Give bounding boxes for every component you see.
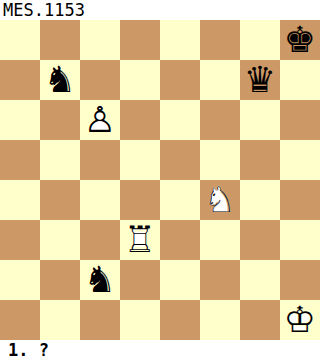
square-d7[interactable] bbox=[120, 60, 160, 100]
square-c3[interactable] bbox=[80, 220, 120, 260]
square-b3[interactable] bbox=[40, 220, 80, 260]
black-knight-glyph-fill: ♞ bbox=[40, 60, 80, 100]
square-h3[interactable] bbox=[280, 220, 320, 260]
square-h7[interactable] bbox=[280, 60, 320, 100]
square-a4[interactable] bbox=[0, 180, 40, 220]
square-g8[interactable] bbox=[240, 20, 280, 60]
square-c5[interactable] bbox=[80, 140, 120, 180]
white-rook-glyph-outline: ♖ bbox=[120, 220, 160, 260]
square-d4[interactable] bbox=[120, 180, 160, 220]
square-a8[interactable] bbox=[0, 20, 40, 60]
piece-black-knight[interactable]: ♞ bbox=[80, 260, 120, 300]
square-c6[interactable]: ♟♙ bbox=[80, 100, 120, 140]
square-d6[interactable] bbox=[120, 100, 160, 140]
square-g1[interactable] bbox=[240, 300, 280, 340]
square-c8[interactable] bbox=[80, 20, 120, 60]
square-a2[interactable] bbox=[0, 260, 40, 300]
square-e2[interactable] bbox=[160, 260, 200, 300]
square-h6[interactable] bbox=[280, 100, 320, 140]
square-a7[interactable] bbox=[0, 60, 40, 100]
black-knight-glyph-fill: ♞ bbox=[80, 260, 120, 300]
square-d3[interactable]: ♜♖ bbox=[120, 220, 160, 260]
black-king-glyph-fill: ♚ bbox=[280, 20, 320, 60]
square-b5[interactable] bbox=[40, 140, 80, 180]
square-h5[interactable] bbox=[280, 140, 320, 180]
piece-black-knight[interactable]: ♞ bbox=[40, 60, 80, 100]
square-e4[interactable] bbox=[160, 180, 200, 220]
square-d1[interactable] bbox=[120, 300, 160, 340]
square-g7[interactable]: ♛ bbox=[240, 60, 280, 100]
square-c4[interactable] bbox=[80, 180, 120, 220]
square-e6[interactable] bbox=[160, 100, 200, 140]
square-g6[interactable] bbox=[240, 100, 280, 140]
square-a5[interactable] bbox=[0, 140, 40, 180]
piece-black-king[interactable]: ♚ bbox=[280, 20, 320, 60]
square-c1[interactable] bbox=[80, 300, 120, 340]
square-e7[interactable] bbox=[160, 60, 200, 100]
square-b2[interactable] bbox=[40, 260, 80, 300]
square-f2[interactable] bbox=[200, 260, 240, 300]
square-g5[interactable] bbox=[240, 140, 280, 180]
square-e8[interactable] bbox=[160, 20, 200, 60]
square-f1[interactable] bbox=[200, 300, 240, 340]
square-f8[interactable] bbox=[200, 20, 240, 60]
chess-diagram: MES.1153 ♚♞♛♟♙♞♘♜♖♞♚♔ 1. ? bbox=[0, 0, 320, 360]
piece-white-knight[interactable]: ♞♘ bbox=[200, 180, 240, 220]
piece-black-queen[interactable]: ♛ bbox=[240, 60, 280, 100]
square-b8[interactable] bbox=[40, 20, 80, 60]
piece-white-pawn[interactable]: ♟♙ bbox=[80, 100, 120, 140]
square-d2[interactable] bbox=[120, 260, 160, 300]
white-king-glyph-outline: ♔ bbox=[280, 300, 320, 340]
square-c7[interactable] bbox=[80, 60, 120, 100]
square-f3[interactable] bbox=[200, 220, 240, 260]
square-d8[interactable] bbox=[120, 20, 160, 60]
diagram-id-label: MES.1153 bbox=[0, 0, 320, 20]
square-h1[interactable]: ♚♔ bbox=[280, 300, 320, 340]
black-queen-glyph-fill: ♛ bbox=[240, 60, 280, 100]
piece-white-king[interactable]: ♚♔ bbox=[280, 300, 320, 340]
square-b1[interactable] bbox=[40, 300, 80, 340]
square-b4[interactable] bbox=[40, 180, 80, 220]
white-knight-glyph-outline: ♘ bbox=[200, 180, 240, 220]
square-f5[interactable] bbox=[200, 140, 240, 180]
square-b7[interactable]: ♞ bbox=[40, 60, 80, 100]
square-a1[interactable] bbox=[0, 300, 40, 340]
square-f6[interactable] bbox=[200, 100, 240, 140]
square-g3[interactable] bbox=[240, 220, 280, 260]
piece-white-rook[interactable]: ♜♖ bbox=[120, 220, 160, 260]
square-a6[interactable] bbox=[0, 100, 40, 140]
square-h2[interactable] bbox=[280, 260, 320, 300]
square-f7[interactable] bbox=[200, 60, 240, 100]
move-prompt-label: 1. ? bbox=[0, 340, 320, 360]
square-e3[interactable] bbox=[160, 220, 200, 260]
square-d5[interactable] bbox=[120, 140, 160, 180]
square-e5[interactable] bbox=[160, 140, 200, 180]
chess-board: ♚♞♛♟♙♞♘♜♖♞♚♔ bbox=[0, 20, 320, 340]
square-e1[interactable] bbox=[160, 300, 200, 340]
square-c2[interactable]: ♞ bbox=[80, 260, 120, 300]
square-f4[interactable]: ♞♘ bbox=[200, 180, 240, 220]
square-b6[interactable] bbox=[40, 100, 80, 140]
square-h8[interactable]: ♚ bbox=[280, 20, 320, 60]
white-pawn-glyph-outline: ♙ bbox=[80, 100, 120, 140]
square-g2[interactable] bbox=[240, 260, 280, 300]
square-g4[interactable] bbox=[240, 180, 280, 220]
square-a3[interactable] bbox=[0, 220, 40, 260]
square-h4[interactable] bbox=[280, 180, 320, 220]
